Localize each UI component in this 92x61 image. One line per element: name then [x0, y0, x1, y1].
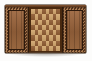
- case-shadow: [7, 52, 85, 57]
- right-carved-panel: [63, 7, 86, 53]
- board-square-h1[interactable]: [56, 46, 60, 51]
- photo-background: [0, 0, 92, 61]
- chess-board-frame: [28, 7, 63, 53]
- left-carved-panel: [5, 7, 28, 53]
- chess-board: [31, 9, 60, 51]
- left-panel-wood-center: [8, 10, 25, 50]
- backgammon-case: [5, 5, 86, 53]
- right-panel-wood-center: [66, 10, 83, 50]
- case-front-face: [5, 7, 86, 53]
